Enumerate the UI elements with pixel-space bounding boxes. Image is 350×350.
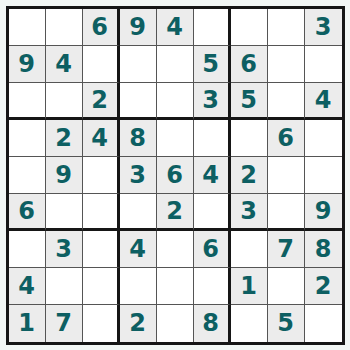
cell-r4c9[interactable] [305, 120, 342, 157]
cell-r9c6: 8 [194, 305, 231, 342]
cell-r7c7[interactable] [231, 231, 268, 268]
cell-r9c7[interactable] [231, 305, 268, 342]
cell-r2c4[interactable] [120, 46, 157, 83]
cell-r1c1[interactable] [9, 9, 46, 46]
cell-r5c8[interactable] [268, 157, 305, 194]
cell-r2c8[interactable] [268, 46, 305, 83]
cell-r7c5[interactable] [157, 231, 194, 268]
cell-r8c5[interactable] [157, 268, 194, 305]
cell-r7c8: 7 [268, 231, 305, 268]
cell-r9c9[interactable] [305, 305, 342, 342]
cell-r6c2[interactable] [46, 194, 83, 231]
cell-r5c2: 9 [46, 157, 83, 194]
cell-r8c9: 2 [305, 268, 342, 305]
cell-r9c5[interactable] [157, 305, 194, 342]
cell-r1c4: 9 [120, 9, 157, 46]
cell-r2c9[interactable] [305, 46, 342, 83]
cell-r2c2: 4 [46, 46, 83, 83]
cell-r1c7[interactable] [231, 9, 268, 46]
cell-r8c8[interactable] [268, 268, 305, 305]
cell-r5c9[interactable] [305, 157, 342, 194]
cell-r3c6: 3 [194, 83, 231, 120]
sudoku-board: 69439456235424869364262393467841217285 [6, 6, 345, 345]
cell-r1c8[interactable] [268, 9, 305, 46]
cell-r2c7: 6 [231, 46, 268, 83]
cell-r8c3[interactable] [83, 268, 120, 305]
cell-r2c5[interactable] [157, 46, 194, 83]
cell-r8c7: 1 [231, 268, 268, 305]
cell-r2c3[interactable] [83, 46, 120, 83]
cell-r5c5: 6 [157, 157, 194, 194]
cell-r7c2: 3 [46, 231, 83, 268]
cell-r8c2[interactable] [46, 268, 83, 305]
cell-r5c3[interactable] [83, 157, 120, 194]
cell-r8c6[interactable] [194, 268, 231, 305]
cell-r6c7: 3 [231, 194, 268, 231]
cell-r3c1[interactable] [9, 83, 46, 120]
cell-r6c4[interactable] [120, 194, 157, 231]
cell-r7c1[interactable] [9, 231, 46, 268]
cell-r3c2[interactable] [46, 83, 83, 120]
cell-r9c4: 2 [120, 305, 157, 342]
sudoku-page: 69439456235424869364262393467841217285 [0, 0, 350, 350]
cell-r4c6[interactable] [194, 120, 231, 157]
cell-r1c5: 4 [157, 9, 194, 46]
cell-r7c4: 4 [120, 231, 157, 268]
cell-r8c1: 4 [9, 268, 46, 305]
cell-r5c7: 2 [231, 157, 268, 194]
cell-r6c1: 6 [9, 194, 46, 231]
cell-r4c8: 6 [268, 120, 305, 157]
cell-r9c2: 7 [46, 305, 83, 342]
cell-r6c3[interactable] [83, 194, 120, 231]
cell-r4c2: 2 [46, 120, 83, 157]
cell-r4c1[interactable] [9, 120, 46, 157]
cell-r2c6: 5 [194, 46, 231, 83]
cell-r4c5[interactable] [157, 120, 194, 157]
cell-r8c4[interactable] [120, 268, 157, 305]
cell-r7c6: 6 [194, 231, 231, 268]
cell-r3c7: 5 [231, 83, 268, 120]
cell-r7c9: 8 [305, 231, 342, 268]
cell-r6c9: 9 [305, 194, 342, 231]
cell-r3c4[interactable] [120, 83, 157, 120]
cell-r1c6[interactable] [194, 9, 231, 46]
cell-r9c3[interactable] [83, 305, 120, 342]
cell-r7c3[interactable] [83, 231, 120, 268]
cell-r6c6[interactable] [194, 194, 231, 231]
cell-r3c3: 2 [83, 83, 120, 120]
cell-r1c9: 3 [305, 9, 342, 46]
cell-r4c3: 4 [83, 120, 120, 157]
cell-r6c5: 2 [157, 194, 194, 231]
cell-r3c5[interactable] [157, 83, 194, 120]
cell-r1c3: 6 [83, 9, 120, 46]
cell-r5c6: 4 [194, 157, 231, 194]
cell-r5c1[interactable] [9, 157, 46, 194]
cell-r2c1: 9 [9, 46, 46, 83]
cell-r1c2[interactable] [46, 9, 83, 46]
cell-r6c8[interactable] [268, 194, 305, 231]
cell-r3c9: 4 [305, 83, 342, 120]
cell-r3c8[interactable] [268, 83, 305, 120]
cell-r9c1: 1 [9, 305, 46, 342]
cell-r5c4: 3 [120, 157, 157, 194]
cell-r9c8: 5 [268, 305, 305, 342]
cell-r4c4: 8 [120, 120, 157, 157]
cell-r4c7[interactable] [231, 120, 268, 157]
